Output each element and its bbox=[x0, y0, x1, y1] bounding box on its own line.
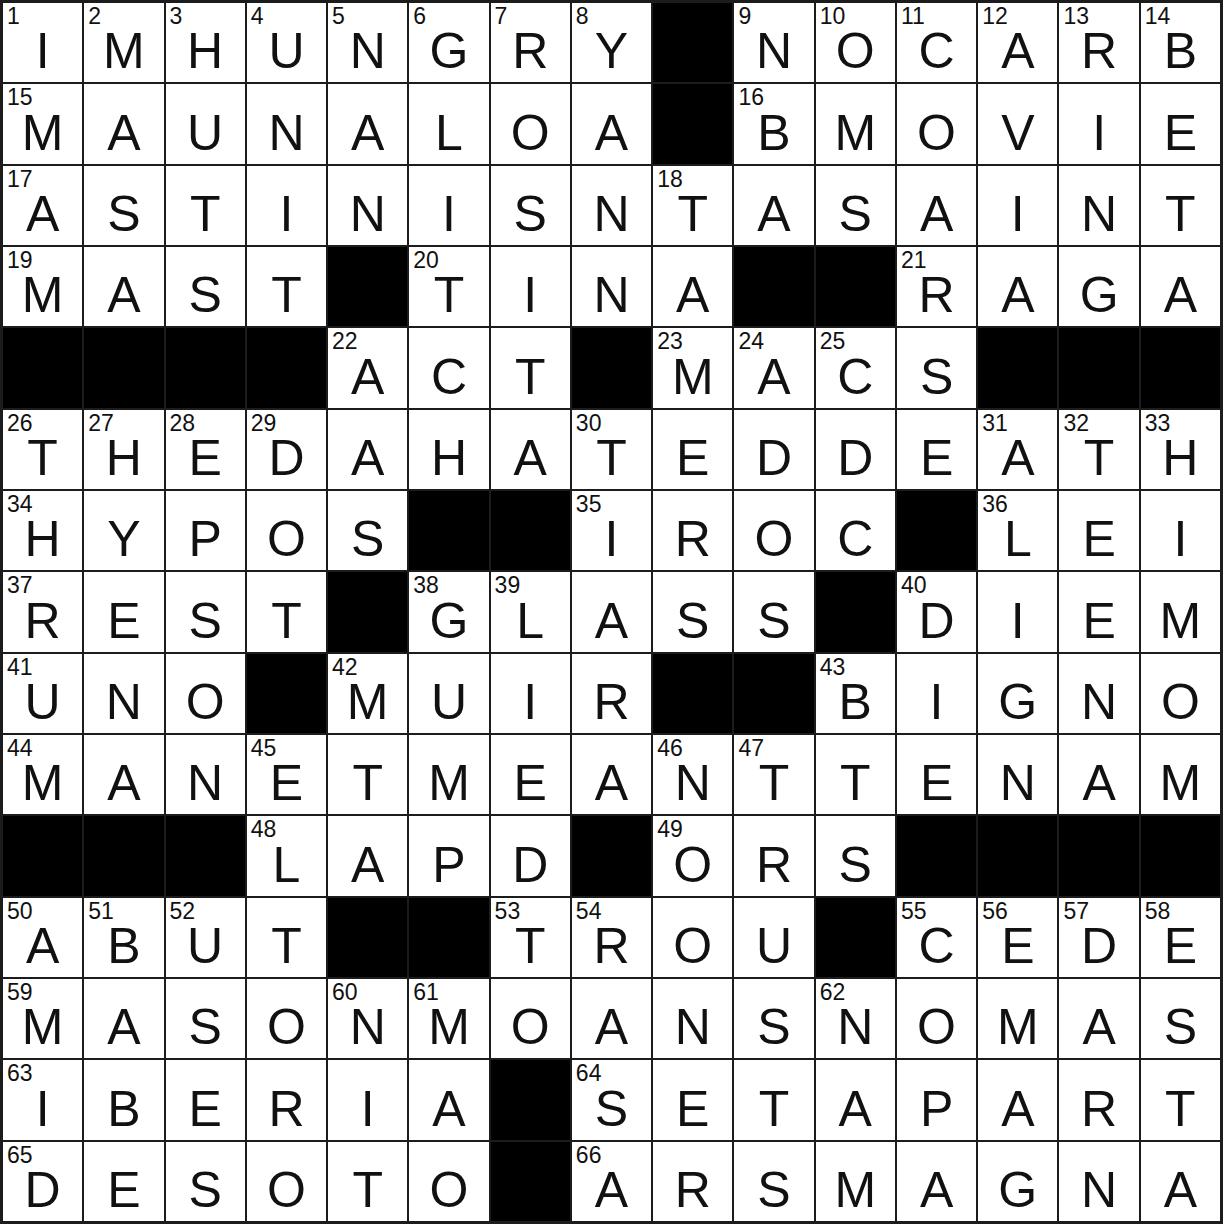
cell-r14c11[interactable]: A bbox=[816, 1060, 895, 1139]
cell-r10c4[interactable]: 45E bbox=[247, 735, 326, 814]
cell-r15c8[interactable]: 66A bbox=[572, 1142, 651, 1221]
cell-r9c14[interactable]: N bbox=[1059, 654, 1138, 733]
cell-r11c11[interactable]: S bbox=[816, 816, 895, 895]
cell-r2c7[interactable]: O bbox=[491, 84, 570, 163]
cell-r14c9[interactable]: E bbox=[653, 1060, 732, 1139]
cell-r3c12[interactable]: A bbox=[897, 166, 976, 245]
cell-letter: I bbox=[491, 270, 570, 320]
cell-r10c1[interactable]: 44M bbox=[3, 735, 82, 814]
cell-r4c15[interactable]: A bbox=[1141, 247, 1220, 326]
cell-r9c5[interactable]: 42M bbox=[328, 654, 407, 733]
cell-r7c15[interactable]: I bbox=[1141, 491, 1220, 570]
cell-r13c3[interactable]: S bbox=[166, 979, 245, 1058]
cell-r5c8 bbox=[572, 328, 651, 407]
cell-letter: N bbox=[572, 189, 651, 239]
cell-r3c2[interactable]: S bbox=[84, 166, 163, 245]
cell-r6c8[interactable]: 30T bbox=[572, 410, 651, 489]
cell-r5c10[interactable]: 24A bbox=[734, 328, 813, 407]
cell-letter: L bbox=[491, 596, 570, 646]
cell-letter: O bbox=[491, 108, 570, 158]
cell-letter: T bbox=[328, 1165, 407, 1215]
cell-r13c10[interactable]: S bbox=[734, 979, 813, 1058]
cell-r8c15[interactable]: M bbox=[1141, 572, 1220, 651]
cell-r9c1[interactable]: 41U bbox=[3, 654, 82, 733]
cell-r3c3[interactable]: T bbox=[166, 166, 245, 245]
cell-r8c14[interactable]: E bbox=[1059, 572, 1138, 651]
cell-r6c3[interactable]: 28E bbox=[166, 410, 245, 489]
cell-letter: A bbox=[1059, 1002, 1138, 1052]
cell-letter: A bbox=[978, 1084, 1057, 1134]
cell-r3c9[interactable]: 18T bbox=[653, 166, 732, 245]
cell-r2c5[interactable]: A bbox=[328, 84, 407, 163]
cell-r2c15[interactable]: E bbox=[1141, 84, 1220, 163]
cell-r6c6[interactable]: H bbox=[409, 410, 488, 489]
cell-letter: N bbox=[328, 1002, 407, 1052]
cell-letter: R bbox=[572, 921, 651, 971]
cell-letter: A bbox=[734, 189, 813, 239]
cell-r4c8[interactable]: N bbox=[572, 247, 651, 326]
cell-r2c3[interactable]: U bbox=[166, 84, 245, 163]
cell-r10c9[interactable]: 46N bbox=[653, 735, 732, 814]
cell-r7c2[interactable]: Y bbox=[84, 491, 163, 570]
cell-r4c3[interactable]: S bbox=[166, 247, 245, 326]
cell-r3c7[interactable]: S bbox=[491, 166, 570, 245]
cell-r14c4[interactable]: R bbox=[247, 1060, 326, 1139]
cell-letter: O bbox=[491, 1002, 570, 1052]
cell-r15c1[interactable]: 65D bbox=[3, 1142, 82, 1221]
cell-r13c12[interactable]: O bbox=[897, 979, 976, 1058]
cell-r13c5[interactable]: 60N bbox=[328, 979, 407, 1058]
cell-r15c5[interactable]: T bbox=[328, 1142, 407, 1221]
cell-r1c11[interactable]: 10O bbox=[816, 3, 895, 82]
cell-letter: E bbox=[1141, 108, 1220, 158]
cell-r3c10[interactable]: A bbox=[734, 166, 813, 245]
cell-r3c15[interactable]: T bbox=[1141, 166, 1220, 245]
cell-r11c3 bbox=[166, 816, 245, 895]
cell-letter: E bbox=[1059, 596, 1138, 646]
clue-number: 35 bbox=[576, 492, 602, 516]
cell-letter: N bbox=[328, 26, 407, 76]
cell-letter: D bbox=[247, 433, 326, 483]
cell-r9c12[interactable]: I bbox=[897, 654, 976, 733]
cell-r11c7[interactable]: D bbox=[491, 816, 570, 895]
cell-r11c4[interactable]: 48L bbox=[247, 816, 326, 895]
cell-r12c12[interactable]: 55C bbox=[897, 898, 976, 977]
cell-r1c14[interactable]: 13R bbox=[1059, 3, 1138, 82]
cell-r5c12[interactable]: S bbox=[897, 328, 976, 407]
cell-r4c7[interactable]: I bbox=[491, 247, 570, 326]
cell-r13c4[interactable]: O bbox=[247, 979, 326, 1058]
cell-r14c12[interactable]: P bbox=[897, 1060, 976, 1139]
cell-r8c7[interactable]: 39L bbox=[491, 572, 570, 651]
cell-r15c6[interactable]: O bbox=[409, 1142, 488, 1221]
cell-r1c13[interactable]: 12A bbox=[978, 3, 1057, 82]
cell-r5c15 bbox=[1141, 328, 1220, 407]
clue-number: 9 bbox=[738, 4, 751, 28]
cell-r13c2[interactable]: A bbox=[84, 979, 163, 1058]
clue-number: 7 bbox=[495, 4, 508, 28]
cell-letter: A bbox=[897, 189, 976, 239]
cell-letter: S bbox=[653, 596, 732, 646]
cell-letter: R bbox=[897, 270, 976, 320]
cell-letter: A bbox=[572, 1002, 651, 1052]
cell-r10c10[interactable]: 47T bbox=[734, 735, 813, 814]
cell-r2c10[interactable]: 16B bbox=[734, 84, 813, 163]
cell-r11c10[interactable]: R bbox=[734, 816, 813, 895]
cell-r5c5[interactable]: 22A bbox=[328, 328, 407, 407]
cell-letter: N bbox=[1059, 189, 1138, 239]
cell-r14c10[interactable]: T bbox=[734, 1060, 813, 1139]
cell-r5c4 bbox=[247, 328, 326, 407]
cell-letter: D bbox=[491, 840, 570, 890]
cell-r3c5[interactable]: N bbox=[328, 166, 407, 245]
cell-letter: N bbox=[653, 1002, 732, 1052]
cell-letter: T bbox=[3, 433, 82, 483]
cell-r13c11[interactable]: 62N bbox=[816, 979, 895, 1058]
cell-letter: N bbox=[328, 189, 407, 239]
cell-r8c1[interactable]: 37R bbox=[3, 572, 82, 651]
cell-r7c10[interactable]: O bbox=[734, 491, 813, 570]
cell-letter: L bbox=[978, 514, 1057, 564]
cell-r5c13 bbox=[978, 328, 1057, 407]
cell-r4c13[interactable]: A bbox=[978, 247, 1057, 326]
cell-letter: A bbox=[572, 108, 651, 158]
cell-r2c8[interactable]: A bbox=[572, 84, 651, 163]
cell-r13c9[interactable]: N bbox=[653, 979, 732, 1058]
cell-r4c11 bbox=[816, 247, 895, 326]
cell-r7c5[interactable]: S bbox=[328, 491, 407, 570]
cell-r1c9 bbox=[653, 3, 732, 82]
cell-r12c13[interactable]: 56E bbox=[978, 898, 1057, 977]
cell-r7c9[interactable]: R bbox=[653, 491, 732, 570]
cell-letter: R bbox=[653, 514, 732, 564]
cell-r12c1[interactable]: 50A bbox=[3, 898, 82, 977]
cell-r2c6[interactable]: L bbox=[409, 84, 488, 163]
cell-r9c15[interactable]: O bbox=[1141, 654, 1220, 733]
cell-r15c2[interactable]: E bbox=[84, 1142, 163, 1221]
cell-r6c15[interactable]: 33H bbox=[1141, 410, 1220, 489]
cell-letter: B bbox=[816, 677, 895, 727]
cell-letter: A bbox=[491, 433, 570, 483]
cell-r7c14[interactable]: E bbox=[1059, 491, 1138, 570]
cell-letter: A bbox=[328, 840, 407, 890]
cell-r3c11[interactable]: S bbox=[816, 166, 895, 245]
cell-r11c5[interactable]: A bbox=[328, 816, 407, 895]
cell-r14c3[interactable]: E bbox=[166, 1060, 245, 1139]
cell-r2c2[interactable]: A bbox=[84, 84, 163, 163]
cell-r4c2[interactable]: A bbox=[84, 247, 163, 326]
cell-r10c3[interactable]: N bbox=[166, 735, 245, 814]
cell-r6c5[interactable]: A bbox=[328, 410, 407, 489]
cell-letter: I bbox=[3, 26, 82, 76]
cell-r6c7[interactable]: A bbox=[491, 410, 570, 489]
cell-r6c10[interactable]: D bbox=[734, 410, 813, 489]
cell-r4c12[interactable]: 21R bbox=[897, 247, 976, 326]
cell-r15c4[interactable]: O bbox=[247, 1142, 326, 1221]
cell-letter: E bbox=[653, 433, 732, 483]
cell-r2c11[interactable]: M bbox=[816, 84, 895, 163]
cell-letter: A bbox=[734, 352, 813, 402]
cell-r3c14[interactable]: N bbox=[1059, 166, 1138, 245]
cell-r12c4[interactable]: T bbox=[247, 898, 326, 977]
cell-r8c9[interactable]: S bbox=[653, 572, 732, 651]
cell-r1c5[interactable]: 5N bbox=[328, 3, 407, 82]
cell-r6c9[interactable]: E bbox=[653, 410, 732, 489]
cell-r12c3[interactable]: 52U bbox=[166, 898, 245, 977]
cell-r7c11[interactable]: C bbox=[816, 491, 895, 570]
cell-r9c7[interactable]: I bbox=[491, 654, 570, 733]
cell-r15c9[interactable]: R bbox=[653, 1142, 732, 1221]
cell-r6c4[interactable]: 29D bbox=[247, 410, 326, 489]
cell-r8c2[interactable]: E bbox=[84, 572, 163, 651]
cell-r11c14 bbox=[1059, 816, 1138, 895]
cell-letter: B bbox=[1141, 26, 1220, 76]
cell-r12c10[interactable]: U bbox=[734, 898, 813, 977]
cell-r3c1[interactable]: 17A bbox=[3, 166, 82, 245]
cell-r1c12[interactable]: 11C bbox=[897, 3, 976, 82]
cell-r13c13[interactable]: M bbox=[978, 979, 1057, 1058]
cell-letter: E bbox=[897, 433, 976, 483]
cell-r9c13[interactable]: G bbox=[978, 654, 1057, 733]
cell-r12c2[interactable]: 51B bbox=[84, 898, 163, 977]
cell-letter: T bbox=[1059, 433, 1138, 483]
cell-r9c2[interactable]: N bbox=[84, 654, 163, 733]
cell-letter: D bbox=[734, 433, 813, 483]
cell-r15c10[interactable]: S bbox=[734, 1142, 813, 1221]
cell-r11c13 bbox=[978, 816, 1057, 895]
cell-letter: A bbox=[84, 270, 163, 320]
cell-r2c9 bbox=[653, 84, 732, 163]
cell-r15c11[interactable]: M bbox=[816, 1142, 895, 1221]
cell-r7c1[interactable]: 34H bbox=[3, 491, 82, 570]
cell-r8c3[interactable]: S bbox=[166, 572, 245, 651]
cell-r8c8[interactable]: A bbox=[572, 572, 651, 651]
cell-letter: E bbox=[166, 433, 245, 483]
cell-letter: E bbox=[166, 1084, 245, 1134]
cell-r6c12[interactable]: E bbox=[897, 410, 976, 489]
cell-letter: M bbox=[653, 352, 732, 402]
cell-r11c15 bbox=[1141, 816, 1220, 895]
cell-letter: B bbox=[734, 108, 813, 158]
cell-r15c15[interactable]: A bbox=[1141, 1142, 1220, 1221]
cell-r14c2[interactable]: B bbox=[84, 1060, 163, 1139]
cell-r2c1[interactable]: 15M bbox=[3, 84, 82, 163]
cell-letter: T bbox=[409, 270, 488, 320]
cell-r12c15[interactable]: 58E bbox=[1141, 898, 1220, 977]
cell-r10c6[interactable]: M bbox=[409, 735, 488, 814]
cell-r1c4[interactable]: 4U bbox=[247, 3, 326, 82]
cell-r15c14[interactable]: N bbox=[1059, 1142, 1138, 1221]
cell-r14c1[interactable]: 63I bbox=[3, 1060, 82, 1139]
cell-r10c2[interactable]: A bbox=[84, 735, 163, 814]
cell-letter: R bbox=[653, 1165, 732, 1215]
cell-r1c15[interactable]: 14B bbox=[1141, 3, 1220, 82]
cell-r3c6[interactable]: I bbox=[409, 166, 488, 245]
cell-r14c13[interactable]: A bbox=[978, 1060, 1057, 1139]
cell-r6c13[interactable]: 31A bbox=[978, 410, 1057, 489]
cell-letter: S bbox=[897, 352, 976, 402]
cell-letter: E bbox=[84, 1165, 163, 1215]
cell-r13c15[interactable]: S bbox=[1141, 979, 1220, 1058]
cell-r9c11[interactable]: 43B bbox=[816, 654, 895, 733]
clue-number: 5 bbox=[332, 4, 345, 28]
cell-r9c4 bbox=[247, 654, 326, 733]
cell-r15c12[interactable]: A bbox=[897, 1142, 976, 1221]
cell-r10c7[interactable]: E bbox=[491, 735, 570, 814]
cell-letter: C bbox=[897, 921, 976, 971]
cell-letter: N bbox=[572, 270, 651, 320]
cell-r3c13[interactable]: I bbox=[978, 166, 1057, 245]
cell-r11c6[interactable]: P bbox=[409, 816, 488, 895]
cell-letter: E bbox=[491, 758, 570, 808]
cell-letter: S bbox=[816, 840, 895, 890]
cell-letter: O bbox=[816, 26, 895, 76]
cell-r4c9[interactable]: A bbox=[653, 247, 732, 326]
cell-letter: G bbox=[409, 26, 488, 76]
cell-letter: O bbox=[409, 1165, 488, 1215]
cell-r8c4[interactable]: T bbox=[247, 572, 326, 651]
cell-letter: M bbox=[84, 26, 163, 76]
cell-r1c7[interactable]: 7R bbox=[491, 3, 570, 82]
cell-letter: D bbox=[3, 1165, 82, 1215]
cell-letter: A bbox=[328, 352, 407, 402]
cell-letter: I bbox=[572, 514, 651, 564]
cell-r13c7[interactable]: O bbox=[491, 979, 570, 1058]
cell-r13c8[interactable]: A bbox=[572, 979, 651, 1058]
cell-r12c7[interactable]: 53T bbox=[491, 898, 570, 977]
cell-r1c8[interactable]: 8Y bbox=[572, 3, 651, 82]
cell-letter: S bbox=[491, 189, 570, 239]
cell-letter: T bbox=[1141, 1084, 1220, 1134]
cell-r6c11[interactable]: D bbox=[816, 410, 895, 489]
cell-r14c5[interactable]: I bbox=[328, 1060, 407, 1139]
cell-letter: A bbox=[84, 758, 163, 808]
cell-r2c4[interactable]: N bbox=[247, 84, 326, 163]
cell-r10c13[interactable]: N bbox=[978, 735, 1057, 814]
cell-letter: S bbox=[328, 514, 407, 564]
cell-r12c8[interactable]: 54R bbox=[572, 898, 651, 977]
cell-r15c13[interactable]: G bbox=[978, 1142, 1057, 1221]
cell-r13c1[interactable]: 59M bbox=[3, 979, 82, 1058]
cell-r1c6[interactable]: 6G bbox=[409, 3, 488, 82]
cell-letter: C bbox=[816, 352, 895, 402]
cell-r10c14[interactable]: A bbox=[1059, 735, 1138, 814]
cell-r11c9[interactable]: 49O bbox=[653, 816, 732, 895]
cell-letter: B bbox=[84, 1084, 163, 1134]
cell-letter: S bbox=[816, 189, 895, 239]
cell-letter: N bbox=[1059, 1165, 1138, 1215]
cell-r1c10[interactable]: 9N bbox=[734, 3, 813, 82]
cell-letter: G bbox=[978, 677, 1057, 727]
cell-r12c6 bbox=[409, 898, 488, 977]
cell-letter: M bbox=[3, 1002, 82, 1052]
cell-r8c6[interactable]: 38G bbox=[409, 572, 488, 651]
cell-r2c13[interactable]: V bbox=[978, 84, 1057, 163]
cell-r9c8[interactable]: R bbox=[572, 654, 651, 733]
cell-letter: T bbox=[247, 270, 326, 320]
clue-number: 63 bbox=[7, 1061, 33, 1085]
cell-r5c6[interactable]: C bbox=[409, 328, 488, 407]
cell-letter: M bbox=[3, 758, 82, 808]
cell-letter: M bbox=[978, 1002, 1057, 1052]
cell-letter: N bbox=[84, 677, 163, 727]
cell-r5c9[interactable]: 23M bbox=[653, 328, 732, 407]
cell-r12c9[interactable]: O bbox=[653, 898, 732, 977]
cell-r10c5[interactable]: T bbox=[328, 735, 407, 814]
cell-letter: A bbox=[653, 270, 732, 320]
cell-r4c1[interactable]: 19M bbox=[3, 247, 82, 326]
cell-r14c15[interactable]: T bbox=[1141, 1060, 1220, 1139]
cell-letter: E bbox=[897, 758, 976, 808]
cell-r14c14[interactable]: R bbox=[1059, 1060, 1138, 1139]
cell-r1c3[interactable]: 3H bbox=[166, 3, 245, 82]
cell-r1c2[interactable]: 2M bbox=[84, 3, 163, 82]
cell-r15c3[interactable]: S bbox=[166, 1142, 245, 1221]
cell-r4c6[interactable]: 20T bbox=[409, 247, 488, 326]
cell-r9c3[interactable]: O bbox=[166, 654, 245, 733]
cell-r12c11 bbox=[816, 898, 895, 977]
cell-r4c4[interactable]: T bbox=[247, 247, 326, 326]
cell-r6c2[interactable]: 27H bbox=[84, 410, 163, 489]
cell-letter: N bbox=[978, 758, 1057, 808]
cell-r14c6[interactable]: A bbox=[409, 1060, 488, 1139]
cell-r10c15[interactable]: M bbox=[1141, 735, 1220, 814]
cell-r10c12[interactable]: E bbox=[897, 735, 976, 814]
cell-r13c14[interactable]: A bbox=[1059, 979, 1138, 1058]
cell-r2c14[interactable]: I bbox=[1059, 84, 1138, 163]
cell-r6c14[interactable]: 32T bbox=[1059, 410, 1138, 489]
cell-letter: A bbox=[816, 1084, 895, 1134]
cell-r3c8[interactable]: N bbox=[572, 166, 651, 245]
cell-r5c14 bbox=[1059, 328, 1138, 407]
cell-letter: O bbox=[897, 1002, 976, 1052]
cell-letter: C bbox=[409, 352, 488, 402]
cell-r8c5 bbox=[328, 572, 407, 651]
cell-r5c7[interactable]: T bbox=[491, 328, 570, 407]
cell-r6c1[interactable]: 26T bbox=[3, 410, 82, 489]
cell-letter: C bbox=[816, 514, 895, 564]
cell-letter: I bbox=[978, 189, 1057, 239]
cell-r1c1[interactable]: 1I bbox=[3, 3, 82, 82]
cell-letter: P bbox=[409, 840, 488, 890]
cell-r7c4[interactable]: O bbox=[247, 491, 326, 570]
cell-letter: A bbox=[409, 1084, 488, 1134]
cell-letter: O bbox=[897, 108, 976, 158]
cell-r4c14[interactable]: G bbox=[1059, 247, 1138, 326]
cell-r3c4[interactable]: I bbox=[247, 166, 326, 245]
cell-r9c6[interactable]: U bbox=[409, 654, 488, 733]
cell-r8c13[interactable]: I bbox=[978, 572, 1057, 651]
cell-r5c11[interactable]: 25C bbox=[816, 328, 895, 407]
cell-r13c6[interactable]: 61M bbox=[409, 979, 488, 1058]
cell-r10c11[interactable]: T bbox=[816, 735, 895, 814]
cell-r7c8[interactable]: 35I bbox=[572, 491, 651, 570]
cell-letter: O bbox=[247, 514, 326, 564]
cell-letter: I bbox=[1141, 514, 1220, 564]
cell-r8c10[interactable]: S bbox=[734, 572, 813, 651]
cell-r7c3[interactable]: P bbox=[166, 491, 245, 570]
cell-r12c14[interactable]: 57D bbox=[1059, 898, 1138, 977]
cell-r2c12[interactable]: O bbox=[897, 84, 976, 163]
cell-r8c12[interactable]: 40D bbox=[897, 572, 976, 651]
cell-letter: S bbox=[734, 596, 813, 646]
cell-letter: S bbox=[84, 189, 163, 239]
cell-r12c5 bbox=[328, 898, 407, 977]
cell-r10c8[interactable]: A bbox=[572, 735, 651, 814]
cell-r14c8[interactable]: 64S bbox=[572, 1060, 651, 1139]
crossword-grid: 1I2M3H4U5N6G7R8Y9N10O11C12A13R14B15MAUNA… bbox=[0, 0, 1223, 1224]
cell-r7c13[interactable]: 36L bbox=[978, 491, 1057, 570]
